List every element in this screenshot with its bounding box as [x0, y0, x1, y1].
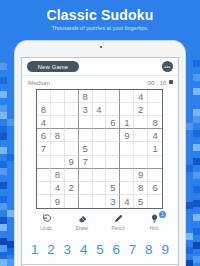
pixel-decor [0, 252, 7, 259]
sudoku-cell[interactable]: 4 [51, 182, 65, 195]
sudoku-cell[interactable] [106, 90, 120, 103]
pixel-decor [7, 154, 14, 161]
sudoku-cell[interactable]: 3 [79, 103, 93, 116]
sudoku-cell[interactable]: 8 [79, 90, 93, 103]
pixel-decor [0, 147, 7, 154]
pixel-decor [0, 112, 7, 119]
numpad-button-6[interactable]: 6 [112, 242, 120, 257]
sudoku-cell[interactable] [106, 156, 120, 169]
sudoku-cell[interactable] [148, 195, 162, 208]
sudoku-cell[interactable]: 5 [106, 182, 120, 195]
pixel-decor [193, 172, 200, 179]
app-store-title: Classic Sudoku [0, 7, 200, 23]
pixel-decor [7, 259, 14, 266]
pixel-decor [186, 202, 193, 209]
sudoku-cell[interactable] [79, 169, 93, 182]
sudoku-cell[interactable] [51, 156, 65, 169]
numpad-button-1[interactable]: 1 [31, 242, 39, 257]
sudoku-cell[interactable]: 6 [148, 182, 162, 195]
sudoku-cell[interactable]: 2 [65, 182, 79, 195]
pixel-decor [193, 242, 200, 249]
pixel-decor [0, 77, 7, 84]
sudoku-cell[interactable] [93, 90, 107, 103]
sudoku-grid: 848342461868947519789425869345 [36, 89, 163, 209]
pencil-button[interactable]: Pencil [105, 213, 131, 239]
timer-label: 00 : 16 [148, 79, 167, 86]
pixel-decor [0, 63, 7, 70]
sudoku-cell[interactable] [37, 169, 51, 182]
sudoku-cell[interactable] [51, 103, 65, 116]
sudoku-cell[interactable] [65, 103, 79, 116]
sudoku-cell[interactable] [134, 129, 148, 142]
hint-label: Hint [150, 226, 159, 231]
pixel-decor [193, 256, 200, 263]
sudoku-cell[interactable]: 3 [106, 195, 120, 208]
pixel-decor [193, 144, 200, 151]
sudoku-cell[interactable]: 6 [37, 129, 51, 142]
sudoku-cell[interactable] [120, 169, 134, 182]
sudoku-cell[interactable]: 9 [65, 156, 79, 169]
sudoku-cell[interactable] [37, 195, 51, 208]
sudoku-cell[interactable]: 4 [148, 129, 162, 142]
pixel-decor [193, 74, 200, 81]
pixel-decor [186, 123, 193, 130]
sudoku-cell[interactable] [51, 90, 65, 103]
pencil-icon [113, 213, 124, 224]
sudoku-cell[interactable]: 9 [134, 169, 148, 182]
pixel-decor [0, 196, 7, 203]
pixel-decor [0, 217, 7, 224]
numpad: 123456789 [22, 242, 178, 257]
sudoku-cell[interactable]: 4 [120, 195, 134, 208]
tablet-frame: New Game ●●● Medium 00 : 16 848342461868… [14, 40, 186, 266]
sudoku-cell[interactable] [65, 195, 79, 208]
undo-icon [41, 213, 52, 224]
sudoku-cell[interactable]: 1 [120, 116, 134, 129]
timer-area: 00 : 16 [148, 79, 173, 86]
sudoku-cell[interactable] [37, 90, 51, 103]
numpad-button-2[interactable]: 2 [47, 242, 55, 257]
sudoku-cell[interactable] [106, 142, 120, 155]
sudoku-cell[interactable] [79, 116, 93, 129]
erase-button[interactable]: Erase [69, 213, 95, 239]
sudoku-cell[interactable] [93, 195, 107, 208]
pixel-decor [193, 200, 200, 207]
numpad-button-9[interactable]: 9 [161, 242, 169, 257]
sudoku-cell[interactable] [51, 116, 65, 129]
ellipsis-icon: ●●● [164, 65, 171, 69]
screen-bottom-edge [22, 264, 178, 265]
sudoku-cell[interactable] [65, 169, 79, 182]
sudoku-cell[interactable] [148, 103, 162, 116]
header-divider [22, 75, 178, 76]
sudoku-cell[interactable] [106, 103, 120, 116]
sudoku-cell[interactable]: 4 [93, 103, 107, 116]
pixel-decor [0, 224, 7, 231]
sudoku-cell[interactable] [51, 142, 65, 155]
sudoku-cell[interactable]: 8 [51, 169, 65, 182]
pixel-decor [0, 161, 7, 168]
sudoku-cell[interactable] [93, 182, 107, 195]
pixel-decor [193, 116, 200, 123]
toolbar: Undo Erase Pencil [22, 213, 178, 239]
pixel-decor [186, 260, 193, 266]
numpad-button-8[interactable]: 8 [145, 242, 153, 257]
pixel-decor [0, 105, 7, 112]
pixel-decor [193, 186, 200, 193]
sudoku-cell[interactable] [106, 129, 120, 142]
pixel-decor [186, 247, 193, 254]
pixel-decor [7, 119, 14, 126]
sudoku-cell[interactable] [65, 129, 79, 142]
sudoku-cell[interactable]: 1 [148, 142, 162, 155]
sudoku-cell[interactable] [148, 90, 162, 103]
app-store-subtitle: Thousands of puzzles at your fingertips. [0, 25, 200, 31]
sudoku-cell[interactable]: 4 [134, 90, 148, 103]
difficulty-label: Medium [28, 79, 50, 86]
erase-label: Erase [76, 226, 89, 231]
sudoku-cell[interactable] [65, 90, 79, 103]
pixel-decor [0, 259, 7, 266]
sudoku-cell[interactable] [79, 195, 93, 208]
hint-button[interactable]: 1 Hint [141, 213, 167, 239]
sudoku-cell[interactable] [65, 142, 79, 155]
sudoku-cell[interactable]: 5 [134, 195, 148, 208]
sudoku-cell[interactable] [93, 129, 107, 142]
pixel-decor [193, 130, 200, 137]
numpad-button-5[interactable]: 5 [96, 242, 104, 257]
sudoku-cell[interactable] [120, 182, 134, 195]
pixel-decor [193, 214, 200, 221]
sudoku-cell[interactable]: 8 [37, 103, 51, 116]
sudoku-cell[interactable]: 6 [106, 116, 120, 129]
pixel-decor [193, 158, 200, 165]
sudoku-cell[interactable]: 8 [51, 129, 65, 142]
undo-button[interactable]: Undo [33, 213, 59, 239]
sudoku-cell[interactable] [37, 182, 51, 195]
numpad-button-7[interactable]: 7 [129, 242, 137, 257]
hero-banner: Classic Sudoku Thousands of puzzles at y… [0, 0, 200, 31]
hint-badge: 1 [159, 211, 166, 218]
sudoku-cell[interactable] [120, 103, 134, 116]
pixel-decor [186, 165, 193, 172]
pixel-decor [0, 245, 7, 252]
sudoku-cell[interactable]: 7 [37, 142, 51, 155]
pixel-decor [0, 91, 7, 98]
pixel-decor [193, 88, 200, 95]
new-game-button[interactable]: New Game [27, 61, 79, 72]
sudoku-cell[interactable] [134, 156, 148, 169]
pixel-decor [193, 109, 200, 116]
pixel-decor [7, 241, 14, 248]
pixel-decor [7, 248, 14, 255]
numpad-button-3[interactable]: 3 [64, 242, 72, 257]
undo-label: Undo [40, 226, 51, 231]
sudoku-cell[interactable] [79, 182, 93, 195]
sudoku-cell[interactable] [65, 116, 79, 129]
pixel-decor [193, 60, 200, 67]
sudoku-cell[interactable]: 8 [148, 116, 162, 129]
sudoku-cell[interactable] [106, 169, 120, 182]
sudoku-cell[interactable]: 7 [79, 156, 93, 169]
pixel-decor [0, 133, 7, 140]
pixel-decor [193, 228, 200, 235]
sudoku-cell[interactable] [134, 116, 148, 129]
numpad-button-4[interactable]: 4 [80, 242, 88, 257]
sudoku-cell[interactable] [120, 90, 134, 103]
camera-icon [100, 46, 103, 49]
pixel-decor [0, 203, 7, 210]
sudoku-cell[interactable]: 4 [37, 116, 51, 129]
eraser-icon [77, 213, 88, 224]
sudoku-cell[interactable]: 9 [51, 195, 65, 208]
sudoku-cell[interactable] [148, 156, 162, 169]
menu-button[interactable]: ●●● [162, 61, 173, 72]
sudoku-cell[interactable] [93, 142, 107, 155]
sudoku-cell[interactable] [120, 156, 134, 169]
hint-bulb-icon [149, 213, 160, 224]
sudoku-cell[interactable] [93, 156, 107, 169]
sudoku-cell[interactable]: 9 [120, 129, 134, 142]
sudoku-cell[interactable] [79, 129, 93, 142]
sudoku-cell[interactable]: 5 [79, 142, 93, 155]
sudoku-cell[interactable] [93, 169, 107, 182]
sudoku-cell[interactable] [120, 142, 134, 155]
sudoku-cell[interactable] [148, 169, 162, 182]
sudoku-cell[interactable] [93, 116, 107, 129]
pause-button[interactable] [169, 80, 174, 85]
app-screen: New Game ●●● Medium 00 : 16 848342461868… [21, 57, 179, 266]
pixel-decor [7, 210, 14, 217]
pixel-decor [0, 182, 7, 189]
pixel-decor [0, 126, 7, 133]
sudoku-cell[interactable]: 8 [134, 182, 148, 195]
pixel-decor [0, 168, 7, 175]
pixel-decor [0, 238, 7, 245]
sudoku-cell[interactable]: 2 [134, 103, 148, 116]
sudoku-cell[interactable] [37, 156, 51, 169]
pencil-label: Pencil [111, 226, 124, 231]
sudoku-cell[interactable] [134, 142, 148, 155]
pixel-decor [186, 233, 193, 240]
